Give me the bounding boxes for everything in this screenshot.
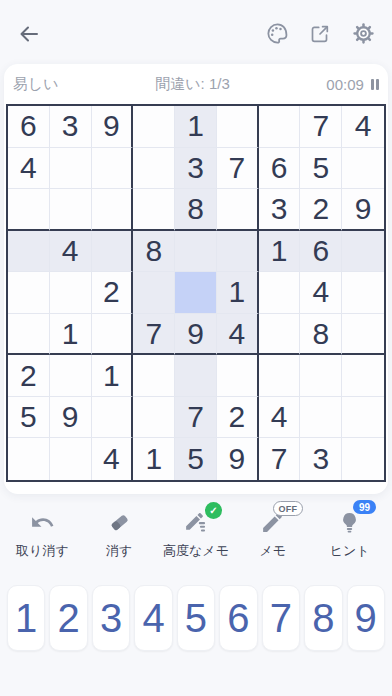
numpad-7[interactable]: 7 (262, 585, 300, 651)
cell-r4c6[interactable] (217, 231, 259, 273)
numpad-8[interactable]: 8 (304, 585, 342, 651)
cell-r7c3[interactable]: 1 (92, 355, 134, 397)
cell-r5c3[interactable]: 2 (92, 272, 134, 314)
cell-r9c3[interactable]: 4 (92, 438, 134, 480)
cell-r9c2[interactable] (50, 438, 92, 480)
cell-r9c1[interactable] (8, 438, 50, 480)
numpad-4[interactable]: 4 (134, 585, 172, 651)
cell-r3c9[interactable]: 9 (342, 189, 384, 231)
hint-count-badge: 99 (353, 500, 375, 514)
cell-r6c1[interactable] (8, 314, 50, 356)
toolbar: 取り消す 消す ✓ 高度なメモ OFF メモ 99 (0, 510, 392, 560)
cell-r6c4[interactable]: 7 (133, 314, 175, 356)
cell-r1c9[interactable]: 4 (342, 106, 384, 148)
cell-r6c5[interactable]: 9 (175, 314, 217, 356)
cell-r5c8[interactable]: 4 (300, 272, 342, 314)
undo-icon (30, 510, 55, 535)
cell-r1c8[interactable]: 7 (300, 106, 342, 148)
cell-r1c5[interactable]: 1 (175, 106, 217, 148)
cell-r3c8[interactable]: 2 (300, 189, 342, 231)
cell-r9c6[interactable]: 9 (217, 438, 259, 480)
cell-r2c8[interactable]: 5 (300, 148, 342, 190)
cell-r1c2[interactable]: 3 (50, 106, 92, 148)
sudoku-grid: 6391744376583294816214179482159724415973 (6, 104, 386, 482)
numpad-9[interactable]: 9 (347, 585, 385, 651)
cell-r9c9[interactable] (342, 438, 384, 480)
cell-r5c5[interactable] (175, 272, 217, 314)
mistakes-counter: 間違い: 1/3 (155, 75, 230, 94)
numpad-6[interactable]: 6 (219, 585, 257, 651)
numpad-3[interactable]: 3 (92, 585, 130, 651)
cell-r5c2[interactable] (50, 272, 92, 314)
cell-r4c5[interactable] (175, 231, 217, 273)
cell-r2c6[interactable]: 7 (217, 148, 259, 190)
cell-r7c5[interactable] (175, 355, 217, 397)
cell-r9c7[interactable]: 7 (259, 438, 301, 480)
cell-r6c7[interactable] (259, 314, 301, 356)
cell-r4c3[interactable] (92, 231, 134, 273)
sudoku-app-screen: 易しい 間違い: 1/3 00:09 639174437658329481621… (0, 0, 392, 651)
cell-r8c5[interactable]: 7 (175, 397, 217, 439)
cell-r9c5[interactable]: 5 (175, 438, 217, 480)
cell-r2c4[interactable] (133, 148, 175, 190)
cell-r1c7[interactable] (259, 106, 301, 148)
cell-r1c1[interactable]: 6 (8, 106, 50, 148)
undo-label: 取り消す (16, 542, 69, 560)
timer-value: 00:09 (326, 76, 364, 93)
cell-r2c2[interactable] (50, 148, 92, 190)
notes-off-badge: OFF (273, 501, 303, 516)
cell-r5c9[interactable] (342, 272, 384, 314)
notes-label: メモ (259, 542, 286, 560)
number-pad: 1 2 3 4 5 6 7 8 9 (7, 585, 385, 651)
eraser-icon (107, 510, 132, 535)
numpad-2[interactable]: 2 (49, 585, 87, 651)
cell-r4c4[interactable]: 8 (133, 231, 175, 273)
top-bar (0, 0, 392, 64)
theme-button[interactable] (264, 22, 290, 48)
hint-label: ヒント (330, 542, 370, 560)
cell-r3c3[interactable] (92, 189, 134, 231)
cell-r5c6[interactable]: 1 (217, 272, 259, 314)
cell-r8c9[interactable] (342, 397, 384, 439)
cell-r7c8[interactable] (300, 355, 342, 397)
cell-r7c2[interactable] (50, 355, 92, 397)
cell-r3c5[interactable]: 8 (175, 189, 217, 231)
undo-button[interactable]: 取り消す (8, 510, 76, 560)
cell-r8c3[interactable] (92, 397, 134, 439)
cell-r1c3[interactable]: 9 (92, 106, 134, 148)
cell-r6c8[interactable]: 8 (300, 314, 342, 356)
numpad-1[interactable]: 1 (7, 585, 45, 651)
cell-r5c1[interactable] (8, 272, 50, 314)
hint-button[interactable]: 99 ヒント (316, 510, 384, 560)
cell-r8c1[interactable]: 5 (8, 397, 50, 439)
cell-r8c6[interactable]: 2 (217, 397, 259, 439)
cell-r3c7[interactable]: 3 (259, 189, 301, 231)
status-bar: 易しい 間違い: 1/3 00:09 (4, 64, 388, 104)
cell-r2c1[interactable]: 4 (8, 148, 50, 190)
cell-r8c7[interactable]: 4 (259, 397, 301, 439)
palette-icon (265, 21, 290, 49)
erase-label: 消す (106, 542, 132, 560)
advanced-notes-button[interactable]: ✓ 高度なメモ (162, 510, 230, 560)
cell-r2c3[interactable] (92, 148, 134, 190)
difficulty-label: 易しい (13, 75, 59, 94)
cell-r6c6[interactable]: 4 (217, 314, 259, 356)
cell-r8c2[interactable]: 9 (50, 397, 92, 439)
cell-r3c1[interactable] (8, 189, 50, 231)
cell-r5c7[interactable] (259, 272, 301, 314)
cell-r2c9[interactable] (342, 148, 384, 190)
cell-r4c1[interactable] (8, 231, 50, 273)
cell-r3c4[interactable] (133, 189, 175, 231)
cell-r1c6[interactable] (217, 106, 259, 148)
erase-button[interactable]: 消す (85, 510, 153, 560)
cell-r6c9[interactable] (342, 314, 384, 356)
settings-gear-icon (351, 21, 376, 49)
cell-r2c7[interactable]: 6 (259, 148, 301, 190)
cell-r7c4[interactable] (133, 355, 175, 397)
back-arrow-icon (17, 22, 41, 49)
cell-r4c8[interactable]: 6 (300, 231, 342, 273)
cell-r5c4[interactable] (133, 272, 175, 314)
cell-r4c2[interactable]: 4 (50, 231, 92, 273)
open-in-new-icon (308, 22, 332, 49)
advanced-notes-label: 高度なメモ (163, 542, 229, 560)
settings-button[interactable] (350, 22, 376, 48)
cell-r3c6[interactable] (217, 189, 259, 231)
numpad-5[interactable]: 5 (177, 585, 215, 651)
cell-r9c8[interactable]: 3 (300, 438, 342, 480)
cell-r8c4[interactable] (133, 397, 175, 439)
back-button[interactable] (16, 22, 42, 48)
pause-icon[interactable] (371, 79, 379, 90)
notes-button[interactable]: OFF メモ (239, 510, 307, 560)
board-card: 易しい 間違い: 1/3 00:09 639174437658329481621… (4, 64, 388, 494)
cell-r9c4[interactable]: 1 (133, 438, 175, 480)
cell-r6c2[interactable]: 1 (50, 314, 92, 356)
cell-r4c7[interactable]: 1 (259, 231, 301, 273)
cell-r1c4[interactable] (133, 106, 175, 148)
advanced-notes-on-badge: ✓ (205, 502, 222, 519)
cell-r8c8[interactable] (300, 397, 342, 439)
cell-r7c9[interactable] (342, 355, 384, 397)
cell-r2c5[interactable]: 3 (175, 148, 217, 190)
cell-r7c7[interactable] (259, 355, 301, 397)
cell-r6c3[interactable] (92, 314, 134, 356)
share-button[interactable] (307, 22, 333, 48)
cell-r3c2[interactable] (50, 189, 92, 231)
cell-r7c6[interactable] (217, 355, 259, 397)
cell-r7c1[interactable]: 2 (8, 355, 50, 397)
cell-r4c9[interactable] (342, 231, 384, 273)
